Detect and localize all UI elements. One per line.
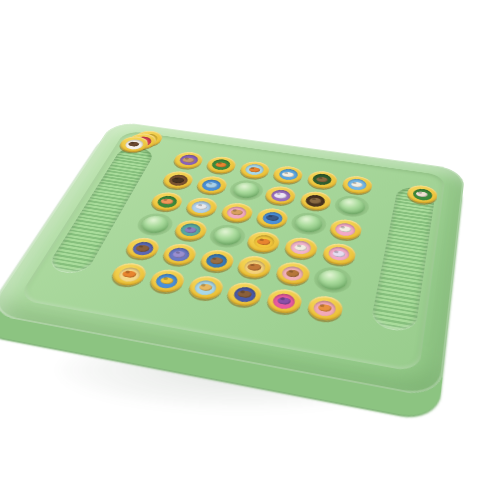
tile-beetle[interactable] [264,287,304,316]
fox-illustration [215,162,228,169]
tile-face-crab [116,266,143,283]
tile-face-parrot [177,154,200,167]
tile-bear-cub[interactable] [235,254,274,280]
tile-face-koala [204,253,229,270]
tile-face-pig [155,195,179,209]
tile-cow[interactable] [328,218,363,242]
tile-puppy[interactable] [218,201,255,224]
tile-face-dog [167,174,190,187]
cow-illustration [294,244,308,252]
tile-turtle[interactable] [306,169,339,190]
tile-face-deer [281,265,306,282]
tile-crab[interactable] [237,160,271,180]
game-board [0,121,465,399]
tile-face-hen [192,279,218,297]
tile-face-bear [130,241,156,257]
rabbit-illustration [351,181,364,188]
tile-face-tiger [252,234,276,250]
tile-face-fox [210,158,232,171]
tile-rabbit[interactable] [340,174,373,195]
tile-parrot[interactable] [171,150,206,170]
tile-face-husky [190,200,214,214]
tile-husky[interactable] [183,196,220,218]
spider-illustration [332,250,346,258]
tile-elephant[interactable] [172,218,210,242]
pug-illustration [416,191,429,198]
board-recessed-surface [17,130,446,373]
tiger-illustration [256,238,270,246]
tile-face-bear [232,285,258,303]
tile-face-puppy [225,205,249,220]
tile-face-rabbit [346,178,367,192]
tile-face-chick [154,272,181,290]
crab-illustration [248,166,261,173]
tile-goat[interactable] [271,165,305,185]
empty-dome-bump [231,181,262,200]
tile-face-spider [327,246,351,262]
penguin-illustration [265,214,279,222]
cow-illustration [127,141,140,147]
tile-face-bluebird [200,179,223,193]
memory-grid-6x6 [104,148,378,326]
chick-illustration [159,276,175,285]
elephant-illustration [172,250,187,258]
deer-illustration [286,269,301,278]
empty-dome-bump [293,214,324,234]
tile-face-beetle [272,292,298,310]
tile-monkey[interactable] [305,294,345,323]
elephant-illustration [184,226,199,234]
tile-face-monkey [312,299,338,318]
tile-face-pug [412,187,433,201]
crab-illustration [121,270,137,279]
dog-illustration [171,177,185,184]
tile-face-turtle [312,173,334,186]
tile-face-penguin [261,211,284,226]
tile-bear[interactable] [224,280,265,308]
tile-face-elephant [179,222,204,237]
right-tile-tray-track [370,185,436,332]
husky-illustration [195,203,209,210]
tile-tiger[interactable] [245,230,283,255]
cow-illustration [338,225,352,233]
tile-spider[interactable] [321,241,358,266]
tile-penguin[interactable] [254,207,290,230]
tile-dog[interactable] [160,170,196,191]
tile-face-cow [123,138,146,150]
tile-face-elephant [167,246,193,262]
monkey-illustration [317,303,332,313]
grid-cell-r6c6 [300,290,348,326]
goat-illustration [282,171,295,178]
tile-elephant[interactable] [159,242,199,267]
empty-dome-bump [210,225,243,246]
tile-face-cow [334,222,357,237]
pig-illustration [160,198,174,205]
empty-dome-bump [336,197,366,216]
owl-illustration [309,197,322,204]
tile-face-octopus [269,189,292,203]
tile-bluebird[interactable] [194,175,230,196]
bear-illustration [237,290,252,299]
bear-cub-illustration [247,263,262,272]
tile-face-bear-cub [242,259,267,276]
tile-owl[interactable] [298,190,333,212]
empty-dome-bump [138,214,172,234]
tile-face-owl [305,194,327,208]
hen-illustration [198,283,214,292]
turtle-illustration [316,176,329,183]
tile-octopus[interactable] [263,185,298,207]
tile-pig[interactable] [148,191,185,213]
tile-chick[interactable] [146,267,188,294]
parrot-illustration [182,157,195,163]
tile-face-goat [277,168,299,181]
tile-face-crab [244,163,266,176]
tile-koala[interactable] [197,248,236,274]
scene [44,70,452,400]
left-tray-tile-stack [115,128,168,159]
octopus-illustration [274,192,287,199]
tile-face-cow [289,240,313,256]
empty-dome-bump [316,268,349,292]
tile-fox[interactable] [204,155,239,175]
tile-hen[interactable] [185,274,226,302]
koala-illustration [209,257,224,265]
beetle-illustration [277,296,292,305]
puppy-illustration [230,209,244,216]
bear-illustration [135,244,150,252]
tile-cow[interactable] [282,235,319,260]
tile-deer[interactable] [274,260,313,287]
bluebird-illustration [205,182,219,189]
